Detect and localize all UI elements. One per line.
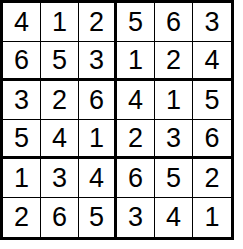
sudoku-cell-r1c4: 5: [117, 3, 155, 42]
sudoku-cell-r6c2: 6: [41, 198, 79, 237]
sudoku-cell-r1c6: 3: [193, 3, 231, 42]
sudoku-cell-r1c3: 2: [79, 3, 117, 42]
sudoku-cell-r4c5: 3: [155, 120, 193, 159]
sudoku-cell-r3c1: 3: [3, 81, 41, 120]
sudoku-cell-r3c3: 6: [79, 81, 117, 120]
sudoku-cell-r2c1: 6: [3, 42, 41, 81]
sudoku-cell-r6c1: 2: [3, 198, 41, 237]
sudoku-cell-r4c6: 6: [193, 120, 231, 159]
sudoku-cell-r5c3: 4: [79, 159, 117, 198]
sudoku-cell-r2c5: 2: [155, 42, 193, 81]
sudoku-cell-r5c5: 5: [155, 159, 193, 198]
sudoku-cell-r4c2: 4: [41, 120, 79, 159]
sudoku-cell-r2c3: 3: [79, 42, 117, 81]
sudoku-cell-r2c4: 1: [117, 42, 155, 81]
sudoku-cell-r4c1: 5: [3, 120, 41, 159]
sudoku-cell-r6c5: 4: [155, 198, 193, 237]
sudoku-board: 412563653124326415541236134652265341: [0, 0, 234, 240]
sudoku-cell-r4c3: 1: [79, 120, 117, 159]
sudoku-cell-r1c5: 6: [155, 3, 193, 42]
sudoku-cell-r5c6: 2: [193, 159, 231, 198]
sudoku-cell-r3c4: 4: [117, 81, 155, 120]
sudoku-cell-r3c6: 5: [193, 81, 231, 120]
sudoku-cell-r2c6: 4: [193, 42, 231, 81]
sudoku-cell-r5c1: 1: [3, 159, 41, 198]
sudoku-cell-r2c2: 5: [41, 42, 79, 81]
sudoku-cell-r6c3: 5: [79, 198, 117, 237]
sudoku-cell-r6c6: 1: [193, 198, 231, 237]
sudoku-cell-r4c4: 2: [117, 120, 155, 159]
sudoku-cell-r5c4: 6: [117, 159, 155, 198]
sudoku-cell-r1c2: 1: [41, 3, 79, 42]
sudoku-cell-r5c2: 3: [41, 159, 79, 198]
sudoku-cell-r1c1: 4: [3, 3, 41, 42]
sudoku-cell-r3c5: 1: [155, 81, 193, 120]
sudoku-cell-r3c2: 2: [41, 81, 79, 120]
sudoku-cell-r6c4: 3: [117, 198, 155, 237]
